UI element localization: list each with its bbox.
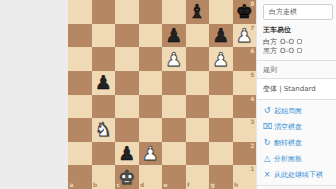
- square-e7[interactable]: ♟: [162, 24, 186, 48]
- piece-black-king[interactable]: ♚: [236, 2, 253, 21]
- square-c8[interactable]: [115, 0, 139, 24]
- piece-black-pawn[interactable]: ♟: [165, 26, 182, 45]
- piece-black-pawn[interactable]: ♟: [118, 144, 135, 163]
- file-label-g: g: [211, 182, 215, 188]
- file-label-a: a: [70, 182, 74, 188]
- square-c7[interactable]: [115, 24, 139, 48]
- square-c2[interactable]: ♟: [115, 142, 139, 166]
- square-e3[interactable]: [162, 118, 186, 142]
- rank-label-3: 3: [250, 119, 254, 125]
- square-h6[interactable]: 6: [233, 47, 257, 71]
- piece-white-king[interactable]: ♚: [118, 168, 135, 187]
- square-h2[interactable]: 2: [233, 142, 257, 166]
- piece-black-pawn[interactable]: ♟: [95, 73, 112, 92]
- turn-to-move-select[interactable]: 白方走棋: [263, 4, 333, 20]
- square-a2[interactable]: [68, 142, 92, 166]
- study-link[interactable]: ⇗ 研讨: [257, 188, 336, 189]
- square-a3[interactable]: [68, 118, 92, 142]
- square-d6[interactable]: [139, 47, 163, 71]
- square-d5[interactable]: [139, 71, 163, 95]
- square-f3[interactable]: [186, 118, 210, 142]
- file-label-b: b: [93, 182, 97, 188]
- square-h7[interactable]: 7♟: [233, 24, 257, 48]
- square-a8[interactable]: [68, 0, 92, 24]
- castling-black-oo-label: O-O: [280, 47, 294, 55]
- piece-black-pawn[interactable]: ♟: [212, 26, 229, 45]
- continue-from-here-link[interactable]: × 从此处继续下棋: [257, 167, 336, 183]
- trash-icon: ⌧: [263, 123, 271, 131]
- play-from-here-icon: ×: [263, 171, 271, 179]
- square-b2[interactable]: [92, 142, 116, 166]
- castling-white-oo-checkbox[interactable]: [297, 39, 302, 44]
- piece-white-pawn[interactable]: ♟: [236, 26, 253, 45]
- file-label-f: f: [187, 182, 190, 188]
- square-d7[interactable]: [139, 24, 163, 48]
- piece-black-bishop[interactable]: ♝: [189, 2, 206, 21]
- square-f7[interactable]: [186, 24, 210, 48]
- square-b3[interactable]: ♞: [92, 118, 116, 142]
- square-h4[interactable]: 4: [233, 95, 257, 119]
- square-b8[interactable]: [92, 0, 116, 24]
- square-c4[interactable]: [115, 95, 139, 119]
- square-c5[interactable]: [115, 71, 139, 95]
- clear-board-link[interactable]: ⌧ 清空棋盘: [257, 119, 336, 135]
- square-g2[interactable]: [209, 142, 233, 166]
- square-c1[interactable]: c♚: [115, 165, 139, 189]
- square-f5[interactable]: [186, 71, 210, 95]
- square-d1[interactable]: d: [139, 165, 163, 189]
- square-b5[interactable]: ♟: [92, 71, 116, 95]
- square-g7[interactable]: ♟: [209, 24, 233, 48]
- square-h3[interactable]: 3: [233, 118, 257, 142]
- square-b6[interactable]: [92, 47, 116, 71]
- rank-label-4: 4: [250, 96, 254, 102]
- rank-label-5: 5: [250, 72, 254, 78]
- square-d4[interactable]: [139, 95, 163, 119]
- square-d8[interactable]: [139, 0, 163, 24]
- square-a7[interactable]: [68, 24, 92, 48]
- chess-board: ♝8♚♟♟7♟♟♟6♟54♞3♟♟2abc♚defgh1: [68, 0, 256, 189]
- square-e1[interactable]: e: [162, 165, 186, 189]
- flip-board-link[interactable]: ↻ 翻转棋盘: [257, 135, 336, 151]
- castling-section: 王车易位 白方 O-O 黑方 O-O: [263, 25, 336, 55]
- analysis-board-link[interactable]: △ 分析面板: [257, 151, 336, 167]
- castling-black-oo-checkbox[interactable]: [297, 48, 302, 53]
- piece-white-pawn[interactable]: ♟: [142, 144, 159, 163]
- square-c3[interactable]: [115, 118, 139, 142]
- square-g1[interactable]: g: [209, 165, 233, 189]
- rules-section-label: 规则: [263, 65, 336, 75]
- square-g6[interactable]: ♟: [209, 47, 233, 71]
- square-h5[interactable]: 5: [233, 71, 257, 95]
- file-label-d: d: [140, 182, 144, 188]
- turn-to-move-value: 白方走棋: [269, 7, 297, 17]
- square-h8[interactable]: 8♚: [233, 0, 257, 24]
- square-d2[interactable]: ♟: [139, 142, 163, 166]
- editor-side-panel: 白方走棋 王车易位 白方 O-O 黑方 O-O 规则 变体 | Standard…: [256, 0, 336, 189]
- file-label-h: h: [234, 182, 238, 188]
- square-f8[interactable]: ♝: [186, 0, 210, 24]
- square-a5[interactable]: [68, 71, 92, 95]
- castling-white-oo-label: O-O: [280, 38, 294, 46]
- square-h1[interactable]: h1: [233, 165, 257, 189]
- editor-actions: ↺ 起始局面 ⌧ 清空棋盘 ↻ 翻转棋盘 △ 分析面板 × 从此处继续下棋 ⇗ …: [257, 100, 336, 189]
- analysis-icon: △: [263, 155, 271, 163]
- square-g8[interactable]: [209, 0, 233, 24]
- square-a4[interactable]: [68, 95, 92, 119]
- square-g3[interactable]: [209, 118, 233, 142]
- square-a1[interactable]: a: [68, 165, 92, 189]
- square-f2[interactable]: [186, 142, 210, 166]
- file-label-e: e: [164, 182, 168, 188]
- square-a6[interactable]: [68, 47, 92, 71]
- square-e6[interactable]: ♟: [162, 47, 186, 71]
- square-b4[interactable]: [92, 95, 116, 119]
- square-b1[interactable]: b: [92, 165, 116, 189]
- square-f1[interactable]: f: [186, 165, 210, 189]
- actions-divider: [257, 185, 336, 186]
- variant-select[interactable]: 变体 | Standard: [257, 78, 336, 100]
- square-g5[interactable]: [209, 71, 233, 95]
- square-e5[interactable]: [162, 71, 186, 95]
- restart-icon: ↺: [263, 107, 271, 115]
- section-divider: [257, 60, 336, 61]
- castling-black-label: 黑方: [263, 46, 277, 56]
- rank-label-2: 2: [250, 143, 254, 149]
- rank-label-6: 6: [250, 48, 254, 54]
- piece-white-pawn[interactable]: ♟: [212, 50, 229, 69]
- square-g4[interactable]: [209, 95, 233, 119]
- square-f4[interactable]: [186, 95, 210, 119]
- square-c6[interactable]: [115, 47, 139, 71]
- castling-row-black: 黑方 O-O: [263, 46, 336, 55]
- start-position-link[interactable]: ↺ 起始局面: [257, 103, 336, 119]
- square-b7[interactable]: [92, 24, 116, 48]
- flip-icon: ↻: [263, 139, 271, 147]
- rank-label-1: 1: [250, 166, 254, 172]
- square-e8[interactable]: [162, 0, 186, 24]
- square-e2[interactable]: [162, 142, 186, 166]
- castling-title: 王车易位: [263, 25, 336, 35]
- piece-white-pawn[interactable]: ♟: [165, 50, 182, 69]
- square-f6[interactable]: [186, 47, 210, 71]
- square-d3[interactable]: [139, 118, 163, 142]
- square-e4[interactable]: [162, 95, 186, 119]
- variant-select-value: 变体 | Standard: [263, 85, 316, 93]
- piece-white-knight[interactable]: ♞: [95, 120, 112, 139]
